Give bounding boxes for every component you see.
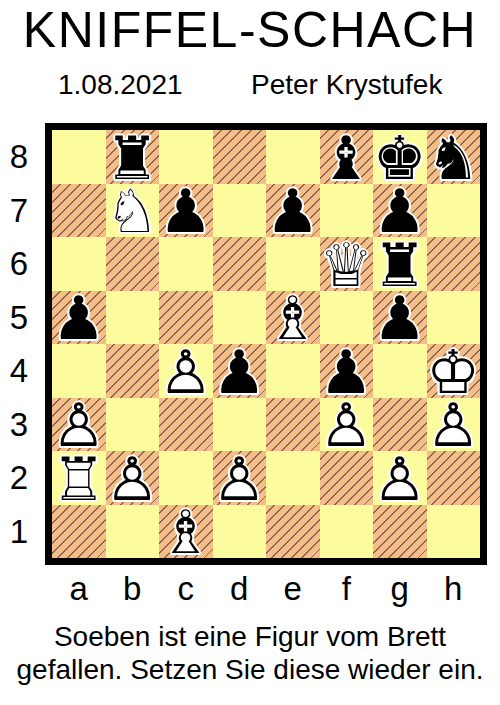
- square-g4: [373, 344, 427, 398]
- subtitle-row: 1.08.2021 Peter Krystufek: [0, 68, 500, 102]
- square-e5: ♝♗: [266, 291, 320, 345]
- file-label-a: a: [52, 572, 106, 606]
- square-g2: ♟♙: [373, 451, 427, 505]
- square-a5: ♟♟: [52, 291, 106, 345]
- square-f3: ♟♙: [320, 398, 374, 452]
- piece-glyph: ♙: [212, 449, 266, 509]
- square-b1: [106, 505, 160, 559]
- piece-glyph: ♘: [105, 181, 159, 241]
- piece-white-pawn: ♟♙: [106, 451, 160, 505]
- square-b2: ♟♙: [106, 451, 160, 505]
- piece-white-bishop: ♝♗: [266, 291, 320, 345]
- square-b7: ♞♘: [106, 184, 160, 238]
- piece-glyph: ♙: [159, 342, 213, 402]
- rank-label-4: 4: [0, 344, 38, 398]
- piece-glyph: ♕: [319, 235, 373, 295]
- piece-glyph: ♟: [266, 181, 320, 241]
- page: { "game": "chess", "variant_title": "Kni…: [0, 0, 500, 705]
- square-c1: ♝♗: [159, 505, 213, 559]
- piece-glyph: ♙: [426, 395, 480, 455]
- rank-label-3: 3: [0, 398, 38, 452]
- page-title: KNIFFEL-SCHACH: [0, 2, 500, 58]
- piece-white-queen: ♛♕: [320, 237, 374, 291]
- piece-black-pawn: ♟♟: [213, 344, 267, 398]
- piece-white-pawn: ♟♙: [427, 398, 481, 452]
- piece-white-bishop: ♝♗: [159, 505, 213, 559]
- piece-black-pawn: ♟♟: [373, 291, 427, 345]
- square-h7: [427, 184, 481, 238]
- square-e4: [266, 344, 320, 398]
- file-label-e: e: [266, 572, 320, 606]
- square-h2: [427, 451, 481, 505]
- piece-glyph: ♗: [266, 288, 320, 348]
- piece-glyph: ♖: [52, 449, 106, 509]
- square-h6: [427, 237, 481, 291]
- file-label-d: d: [213, 572, 267, 606]
- piece-glyph: ♟: [52, 288, 106, 348]
- square-f1: [320, 505, 374, 559]
- piece-white-pawn: ♟♙: [213, 451, 267, 505]
- square-c4: ♟♙: [159, 344, 213, 398]
- square-f8: ♝♝: [320, 130, 374, 184]
- square-h3: ♟♙: [427, 398, 481, 452]
- square-e2: [266, 451, 320, 505]
- square-g1: [373, 505, 427, 559]
- piece-white-pawn: ♟♙: [159, 344, 213, 398]
- square-a8: [52, 130, 106, 184]
- square-d6: [213, 237, 267, 291]
- piece-black-pawn: ♟♟: [266, 184, 320, 238]
- square-e1: [266, 505, 320, 559]
- file-label-b: b: [106, 572, 160, 606]
- rank-label-1: 1: [0, 505, 38, 559]
- rank-label-2: 2: [0, 451, 38, 505]
- square-h8: ♞♞: [427, 130, 481, 184]
- square-b5: [106, 291, 160, 345]
- chess-board: ♜♜♝♝♚♚♞♞♞♘♟♟♟♟♟♟♛♕♜♜♟♟♝♗♟♟♟♙♟♟♟♟♚♔♟♙♟♙♟♙…: [45, 123, 487, 565]
- square-a2: ♜♖: [52, 451, 106, 505]
- file-label-g: g: [373, 572, 427, 606]
- square-b4: [106, 344, 160, 398]
- file-label-c: c: [159, 572, 213, 606]
- piece-glyph: ♙: [373, 449, 427, 509]
- square-e7: ♟♟: [266, 184, 320, 238]
- square-f2: [320, 451, 374, 505]
- piece-black-bishop: ♝♝: [320, 130, 374, 184]
- caption-line-1: Soeben ist eine Figur vom Brett: [0, 620, 500, 653]
- piece-glyph: ♙: [105, 449, 159, 509]
- piece-black-knight: ♞♞: [427, 130, 481, 184]
- puzzle-date: 1.08.2021: [58, 68, 183, 102]
- piece-glyph: ♟: [212, 342, 266, 402]
- piece-black-pawn: ♟♟: [159, 184, 213, 238]
- file-label-f: f: [320, 572, 374, 606]
- piece-glyph: ♟: [159, 181, 213, 241]
- file-labels: abcdefgh: [52, 572, 480, 606]
- square-e3: [266, 398, 320, 452]
- puzzle-author: Peter Krystufek: [251, 68, 442, 102]
- rank-label-6: 6: [0, 237, 38, 291]
- piece-glyph: ♙: [319, 395, 373, 455]
- piece-glyph: ♟: [373, 288, 427, 348]
- piece-glyph: ♞: [426, 128, 480, 188]
- square-d7: [213, 184, 267, 238]
- piece-glyph: ♝: [319, 128, 373, 188]
- square-c3: [159, 398, 213, 452]
- square-d8: [213, 130, 267, 184]
- square-g5: ♟♟: [373, 291, 427, 345]
- square-d4: ♟♟: [213, 344, 267, 398]
- file-label-h: h: [427, 572, 481, 606]
- square-b6: [106, 237, 160, 291]
- square-c6: [159, 237, 213, 291]
- puzzle-caption: Soeben ist eine Figur vom Brett gefallen…: [0, 620, 500, 686]
- square-h1: [427, 505, 481, 559]
- square-d2: ♟♙: [213, 451, 267, 505]
- rank-label-5: 5: [0, 291, 38, 345]
- caption-line-2: gefallen. Setzen Sie diese wieder ein.: [0, 653, 500, 686]
- piece-white-pawn: ♟♙: [373, 451, 427, 505]
- piece-white-rook: ♜♖: [52, 451, 106, 505]
- piece-white-knight: ♞♘: [106, 184, 160, 238]
- piece-black-pawn: ♟♟: [52, 291, 106, 345]
- rank-label-7: 7: [0, 184, 38, 238]
- piece-glyph: ♗: [159, 502, 213, 562]
- piece-white-pawn: ♟♙: [320, 398, 374, 452]
- rank-labels: 87654321: [0, 130, 38, 558]
- square-a1: [52, 505, 106, 559]
- square-a7: [52, 184, 106, 238]
- square-d1: [213, 505, 267, 559]
- square-f6: ♛♕: [320, 237, 374, 291]
- square-c7: ♟♟: [159, 184, 213, 238]
- rank-label-8: 8: [0, 130, 38, 184]
